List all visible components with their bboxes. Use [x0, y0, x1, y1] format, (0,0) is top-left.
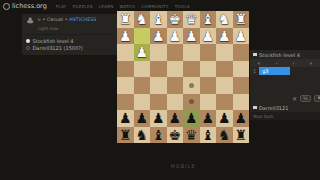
black-pawn: ♟	[183, 110, 200, 127]
bottom-player-row: Darrell3121	[250, 103, 320, 112]
square-d5[interactable]	[183, 77, 200, 94]
game-sidebar: Stockfish level 4 «‹›» 1g3 ✕ ½ ⚑ Darrell…	[250, 50, 320, 120]
player-name: Darrell3121 (1500?)	[33, 45, 83, 51]
lichess-logo[interactable]: lichess.org	[3, 2, 47, 10]
meta-separator: •	[43, 17, 46, 22]
square-b7[interactable]: ♟	[216, 110, 233, 127]
white-pawn: ♟	[200, 28, 217, 45]
black-pawn: ♟	[134, 110, 151, 127]
square-h2[interactable]: ♟	[117, 28, 134, 45]
white-knight: ♞	[134, 11, 151, 28]
square-d7[interactable]: ♟	[183, 110, 200, 127]
black-bishop: ♝	[150, 127, 167, 144]
white-bishop: ♝	[150, 11, 167, 28]
square-b6[interactable]	[216, 94, 233, 111]
square-a3[interactable]	[233, 44, 250, 61]
square-f1[interactable]: ♝	[150, 11, 167, 28]
square-c1[interactable]: ♝	[200, 11, 217, 28]
lichess-page: lichess.org PLAYPUZZLESLEARNWATCHCOMMUNI…	[0, 0, 320, 180]
square-b5[interactable]	[216, 77, 233, 94]
sidebar-spacer	[250, 75, 320, 93]
player-color-icon	[253, 53, 257, 57]
square-e4[interactable]	[167, 61, 184, 78]
square-a8[interactable]: ♜	[233, 127, 250, 144]
game-mode: Casual	[47, 17, 63, 22]
move-hint-dot	[189, 83, 194, 88]
square-f6[interactable]	[150, 94, 167, 111]
player-color-icon	[253, 106, 257, 110]
square-f2[interactable]: ♟	[150, 28, 167, 45]
square-b3[interactable]	[216, 44, 233, 61]
black-color-icon	[26, 46, 30, 50]
square-e3[interactable]	[167, 44, 184, 61]
square-b2[interactable]: ♟	[216, 28, 233, 45]
nav-item-community[interactable]: COMMUNITY	[141, 4, 169, 9]
black-pawn: ♟	[216, 110, 233, 127]
black-rook: ♜	[117, 127, 134, 144]
square-f5[interactable]	[150, 77, 167, 94]
square-e6[interactable]	[167, 94, 184, 111]
white-pawn: ♟	[134, 44, 151, 61]
square-h5[interactable]	[117, 77, 134, 94]
nav-item-learn[interactable]: LEARN	[99, 4, 114, 9]
square-d2[interactable]: ♟	[183, 28, 200, 45]
black-queen: ♛	[183, 127, 200, 144]
move-number: 1	[250, 67, 259, 75]
square-g4[interactable]	[134, 61, 151, 78]
variant-link[interactable]: ANTICHESS	[69, 17, 96, 22]
black-pawn: ♟	[167, 110, 184, 127]
white-bishop: ♝	[200, 11, 217, 28]
square-h1[interactable]: ♜	[117, 11, 134, 28]
white-pawn: ♟	[216, 28, 233, 45]
game-meta-row: ♣ ∞ • Casual • ANTICHESS	[26, 17, 114, 26]
lichess-logo-text: lichess.org	[12, 2, 47, 10]
white-pawn: ♟	[183, 28, 200, 45]
square-a2[interactable]: ♟	[233, 28, 250, 45]
game-time-ago: right now	[38, 26, 114, 31]
nav-item-puzzles[interactable]: PUZZLES	[73, 4, 93, 9]
prev-move-icon[interactable]: ‹	[275, 59, 277, 67]
nav-item-watch[interactable]: WATCH	[120, 4, 136, 9]
square-c2[interactable]: ♟	[200, 28, 217, 45]
white-pawn: ♟	[117, 28, 134, 45]
square-a6[interactable]	[233, 94, 250, 111]
square-g2[interactable]	[134, 28, 151, 45]
square-b1[interactable]: ♞	[216, 11, 233, 28]
square-h4[interactable]	[117, 61, 134, 78]
meta-separator: •	[65, 17, 68, 22]
player-name: Stockfish level 4	[33, 38, 74, 44]
footer-link[interactable]: MOBILE	[117, 163, 249, 169]
move-hint-dot	[189, 99, 194, 104]
white-pawn: ♟	[233, 28, 250, 45]
square-g3[interactable]: ♟	[134, 44, 151, 61]
square-f8[interactable]: ♝	[150, 127, 167, 144]
square-g5[interactable]	[134, 77, 151, 94]
white-knight: ♞	[216, 11, 233, 28]
square-d6[interactable]	[183, 94, 200, 111]
black-rook: ♜	[233, 127, 250, 144]
variant-tree-icon: ♣	[26, 17, 34, 26]
square-d8[interactable]: ♛	[183, 127, 200, 144]
square-d1[interactable]: ♛	[183, 11, 200, 28]
move-nav-bar: «‹›»	[250, 59, 320, 67]
lichess-logo-icon	[3, 3, 10, 10]
main-nav: PLAYPUZZLESLEARNWATCHCOMMUNITYTOOLS	[56, 4, 190, 9]
square-c6[interactable]	[200, 94, 217, 111]
square-a5[interactable]	[233, 77, 250, 94]
white-color-icon	[26, 39, 30, 43]
turn-status: Your turn	[250, 112, 320, 120]
square-f7[interactable]: ♟	[150, 110, 167, 127]
nav-item-play[interactable]: PLAY	[56, 4, 67, 9]
square-c7[interactable]: ♟	[200, 110, 217, 127]
first-move-icon[interactable]: «	[257, 59, 260, 67]
white-player-line[interactable]: Stockfish level 4	[26, 37, 114, 44]
draw-button[interactable]: ½	[300, 95, 311, 102]
square-f4[interactable]	[150, 61, 167, 78]
square-h7[interactable]: ♟	[117, 110, 134, 127]
white-king: ♚	[167, 11, 184, 28]
square-h6[interactable]	[117, 94, 134, 111]
move-white[interactable]: g3	[259, 67, 289, 75]
square-e8[interactable]: ♚	[167, 127, 184, 144]
game-players: Stockfish level 4Darrell3121 (1500?)	[26, 34, 114, 51]
game-meta-text: ∞ • Casual • ANTICHESS	[37, 17, 96, 23]
close-button[interactable]: ✕	[292, 95, 297, 102]
bottom-player-name[interactable]: Darrell3121	[259, 105, 288, 111]
square-g8[interactable]: ♞	[134, 127, 151, 144]
top-player-row: Stockfish level 4	[250, 50, 320, 59]
black-knight: ♞	[134, 127, 151, 144]
white-pawn: ♟	[150, 28, 167, 45]
square-c4[interactable]	[200, 61, 217, 78]
square-c3[interactable]	[200, 44, 217, 61]
square-a4[interactable]	[233, 61, 250, 78]
square-g6[interactable]	[134, 94, 151, 111]
square-a1[interactable]: ♜	[233, 11, 250, 28]
square-d3[interactable]	[183, 44, 200, 61]
square-h3[interactable]	[117, 44, 134, 61]
square-d4[interactable]	[183, 61, 200, 78]
square-h8[interactable]: ♜	[117, 127, 134, 144]
white-queen: ♛	[183, 11, 200, 28]
black-king: ♚	[167, 127, 184, 144]
square-e5[interactable]	[167, 77, 184, 94]
white-pawn: ♟	[167, 28, 184, 45]
game-action-buttons: ✕ ½ ⚑	[250, 93, 320, 103]
move-list: 1g3	[250, 67, 320, 75]
square-g1[interactable]: ♞	[134, 11, 151, 28]
square-a7[interactable]: ♟	[233, 110, 250, 127]
black-player-line[interactable]: Darrell3121 (1500?)	[26, 44, 114, 51]
square-b8[interactable]: ♞	[216, 127, 233, 144]
square-e7[interactable]: ♟	[167, 110, 184, 127]
chess-board: ♜♞♝♚♛♝♞♜♟♟♟♟♟♟♟♟♟♟♟♟♟♟♟♟♜♞♝♚♛♝♞♜	[117, 11, 249, 143]
square-f3[interactable]	[150, 44, 167, 61]
square-g7[interactable]: ♟	[134, 110, 151, 127]
white-rook: ♜	[233, 11, 250, 28]
last-move-icon[interactable]: »	[309, 59, 312, 67]
square-b4[interactable]	[216, 61, 233, 78]
game-info-box: ♣ ∞ • Casual • ANTICHESS right now Stock…	[22, 14, 118, 55]
square-c8[interactable]: ♝	[200, 127, 217, 144]
move-black[interactable]	[290, 67, 320, 75]
square-e1[interactable]: ♚	[167, 11, 184, 28]
black-pawn: ♟	[117, 110, 134, 127]
square-c5[interactable]	[200, 77, 217, 94]
next-move-icon[interactable]: ›	[292, 59, 294, 67]
nav-item-tools[interactable]: TOOLS	[175, 4, 190, 9]
time-control: ∞	[37, 17, 41, 22]
black-bishop: ♝	[200, 127, 217, 144]
square-e2[interactable]: ♟	[167, 28, 184, 45]
move-row: 1g3	[250, 67, 320, 75]
black-pawn: ♟	[233, 110, 250, 127]
black-pawn: ♟	[200, 110, 217, 127]
resign-button[interactable]: ⚑	[314, 95, 320, 102]
black-knight: ♞	[216, 127, 233, 144]
white-rook: ♜	[117, 11, 134, 28]
black-pawn: ♟	[150, 110, 167, 127]
top-player-name[interactable]: Stockfish level 4	[259, 52, 300, 58]
